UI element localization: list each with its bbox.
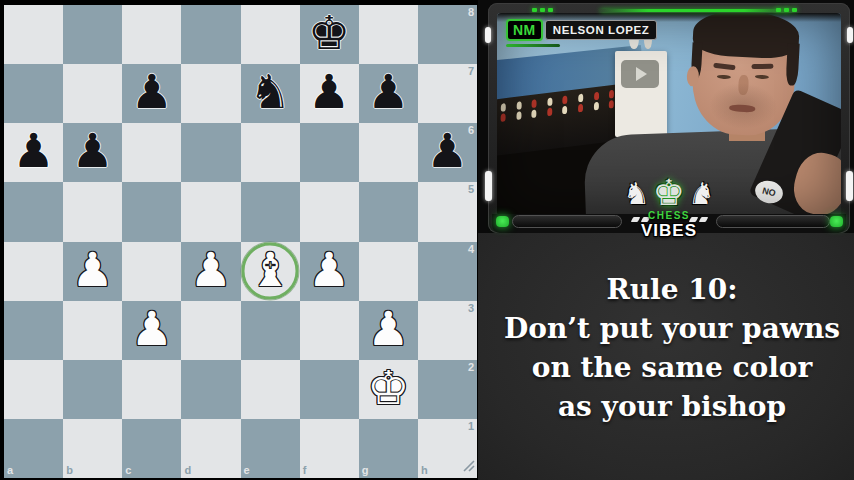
square-c1[interactable]: c xyxy=(122,419,181,478)
square-d8[interactable] xyxy=(181,5,240,64)
square-f3[interactable] xyxy=(300,301,359,360)
glitch-dash xyxy=(540,8,545,12)
square-f5[interactable] xyxy=(300,182,359,241)
green-dot-left xyxy=(496,216,509,227)
white-pawn-g3[interactable]: ♟ xyxy=(367,305,409,352)
square-g7[interactable]: ♟ xyxy=(359,64,418,123)
square-a4[interactable] xyxy=(4,242,63,301)
square-d3[interactable] xyxy=(181,301,240,360)
title-badge: NM xyxy=(506,19,543,41)
white-king-g2[interactable]: ♚ xyxy=(367,364,409,411)
square-d2[interactable] xyxy=(181,360,240,419)
king-icon: ♚ xyxy=(653,175,685,211)
white-pawn-c3[interactable]: ♟ xyxy=(131,305,173,352)
rank-label-3: 3 xyxy=(468,303,474,314)
square-c2[interactable] xyxy=(122,360,181,419)
badge-underline xyxy=(506,44,560,47)
caption-line-4: as your bishop xyxy=(478,387,854,426)
file-label-f: f xyxy=(303,465,307,476)
caption-line-1: Rule 10: xyxy=(478,270,854,309)
square-b4[interactable]: ♟ xyxy=(63,242,122,301)
frame-tick xyxy=(485,27,491,43)
square-f7[interactable]: ♟ xyxy=(300,64,359,123)
black-pawn-c7[interactable]: ♟ xyxy=(131,68,173,115)
rank-label-8: 8 xyxy=(468,7,474,18)
square-a2[interactable] xyxy=(4,360,63,419)
square-b8[interactable] xyxy=(63,5,122,64)
square-e8[interactable] xyxy=(241,5,300,64)
streamer-badge: NM NELSON LOPEZ xyxy=(506,19,657,41)
square-h4[interactable]: 4 xyxy=(418,242,477,301)
square-f1[interactable]: f xyxy=(300,419,359,478)
white-bishop-e4[interactable]: ♝ xyxy=(249,246,291,293)
file-label-c: c xyxy=(125,465,131,476)
square-d6[interactable] xyxy=(181,123,240,182)
square-h6[interactable]: 6♟ xyxy=(418,123,477,182)
logo-vibes-text: VIBES xyxy=(609,221,729,241)
black-pawn-b6[interactable]: ♟ xyxy=(72,127,114,174)
black-pawn-g7[interactable]: ♟ xyxy=(367,68,409,115)
frame-tick xyxy=(485,171,492,201)
square-e6[interactable] xyxy=(241,123,300,182)
glitch-dash xyxy=(548,8,553,12)
frame-tick xyxy=(847,27,853,43)
file-label-a: a xyxy=(7,465,13,476)
rank-label-1: 1 xyxy=(468,421,474,432)
square-b3[interactable] xyxy=(63,301,122,360)
square-e1[interactable]: e xyxy=(241,419,300,478)
square-g8[interactable] xyxy=(359,5,418,64)
square-c3[interactable]: ♟ xyxy=(122,301,181,360)
chess-vibes-logo: ♞ ♚ ♞ CHESS VIBES xyxy=(609,175,729,241)
square-d4[interactable]: ♟ xyxy=(181,242,240,301)
file-label-b: b xyxy=(66,465,73,476)
chess-board[interactable]: ♚8♟♞♟♟7♟♟6♟5♟♟♝♟4♟♟3♚2abcdefgh1 xyxy=(4,5,477,478)
square-a8[interactable] xyxy=(4,5,63,64)
hud-pill-left xyxy=(512,215,622,228)
square-f6[interactable] xyxy=(300,123,359,182)
file-label-g: g xyxy=(362,465,369,476)
square-a6[interactable]: ♟ xyxy=(4,123,63,182)
file-label-d: d xyxy=(184,465,191,476)
stage: ♚8♟♞♟♟7♟♟6♟5♟♟♝♟4♟♟3♚2abcdefgh1 Rule 10:… xyxy=(0,0,854,480)
square-c8[interactable] xyxy=(122,5,181,64)
square-a7[interactable] xyxy=(4,64,63,123)
frame-tick xyxy=(846,171,853,201)
square-f4[interactable]: ♟ xyxy=(300,242,359,301)
glitch-dash xyxy=(532,8,537,12)
webcam-frame: NO NM NELSON LOPEZ xyxy=(488,3,850,233)
file-label-e: e xyxy=(244,465,250,476)
glitch-dash xyxy=(784,8,789,12)
white-pawn-f4[interactable]: ♟ xyxy=(308,246,350,293)
caption-panel: Rule 10: Don’t put your pawns on the sam… xyxy=(478,233,854,480)
square-c7[interactable]: ♟ xyxy=(122,64,181,123)
square-b1[interactable]: b xyxy=(63,419,122,478)
square-d7[interactable] xyxy=(181,64,240,123)
white-pawn-b4[interactable]: ♟ xyxy=(72,246,114,293)
square-c4[interactable] xyxy=(122,242,181,301)
streamer-name: NELSON LOPEZ xyxy=(545,20,658,40)
square-f2[interactable] xyxy=(300,360,359,419)
hud-pill-right xyxy=(716,215,830,228)
square-e7[interactable]: ♞ xyxy=(241,64,300,123)
resize-handle-icon[interactable] xyxy=(462,458,475,476)
square-e3[interactable] xyxy=(241,301,300,360)
square-a3[interactable] xyxy=(4,301,63,360)
rank-label-6: 6 xyxy=(468,125,474,136)
right-panel: Rule 10: Don’t put your pawns on the sam… xyxy=(478,0,854,480)
square-b5[interactable] xyxy=(63,182,122,241)
square-c5[interactable] xyxy=(122,182,181,241)
square-b7[interactable] xyxy=(63,64,122,123)
square-h3[interactable]: 3 xyxy=(418,301,477,360)
square-a1[interactable]: a xyxy=(4,419,63,478)
rank-label-2: 2 xyxy=(468,362,474,373)
black-knight-e7[interactable]: ♞ xyxy=(249,68,291,115)
file-label-h: h xyxy=(421,465,428,476)
square-g6[interactable] xyxy=(359,123,418,182)
rank-label-4: 4 xyxy=(468,244,474,255)
square-h1[interactable]: h1 xyxy=(418,419,477,478)
black-pawn-f7[interactable]: ♟ xyxy=(308,68,350,115)
glitch-dash xyxy=(792,8,797,12)
square-a5[interactable] xyxy=(4,182,63,241)
square-h2[interactable]: 2 xyxy=(418,360,477,419)
square-h7[interactable]: 7 xyxy=(418,64,477,123)
caption-line-3: on the same color xyxy=(478,348,854,387)
play-button-icon xyxy=(621,60,659,88)
glitch-line xyxy=(600,9,792,12)
square-g1[interactable]: g xyxy=(359,419,418,478)
square-h5[interactable]: 5 xyxy=(418,182,477,241)
caption-line-2: Don’t put your pawns xyxy=(478,309,854,348)
black-pawn-a6[interactable]: ♟ xyxy=(12,127,54,174)
square-f8[interactable]: ♚ xyxy=(300,5,359,64)
knight-icon: ♞ xyxy=(688,179,715,209)
square-h8[interactable]: 8 xyxy=(418,5,477,64)
rank-label-5: 5 xyxy=(468,184,474,195)
square-e2[interactable] xyxy=(241,360,300,419)
square-c6[interactable] xyxy=(122,123,181,182)
glitch-dash xyxy=(776,8,781,12)
black-king-f8[interactable]: ♚ xyxy=(308,9,350,56)
youtube-play-plaque xyxy=(615,51,667,137)
rank-label-7: 7 xyxy=(468,66,474,77)
square-g2[interactable]: ♚ xyxy=(359,360,418,419)
black-pawn-h6[interactable]: ♟ xyxy=(426,127,468,174)
white-pawn-d4[interactable]: ♟ xyxy=(190,246,232,293)
square-g5[interactable] xyxy=(359,182,418,241)
square-e4[interactable]: ♝ xyxy=(241,242,300,301)
square-b6[interactable]: ♟ xyxy=(63,123,122,182)
square-e5[interactable] xyxy=(241,182,300,241)
square-d5[interactable] xyxy=(181,182,240,241)
square-g3[interactable]: ♟ xyxy=(359,301,418,360)
square-d1[interactable]: d xyxy=(181,419,240,478)
square-b2[interactable] xyxy=(63,360,122,419)
square-g4[interactable] xyxy=(359,242,418,301)
knight-icon: ♞ xyxy=(623,179,650,209)
green-dot-right xyxy=(830,216,843,227)
